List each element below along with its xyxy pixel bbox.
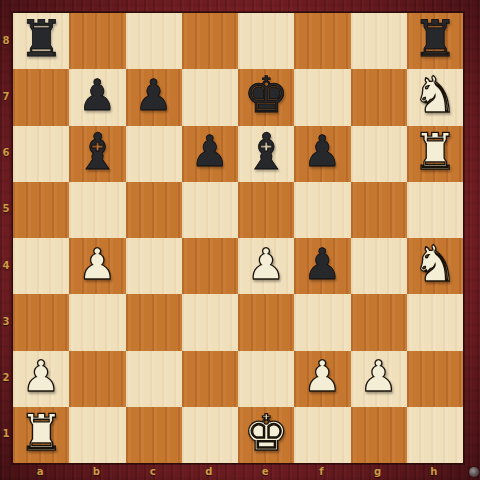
square-e8[interactable] [238, 13, 294, 69]
square-h7[interactable]: ♞ [407, 69, 463, 125]
square-d1[interactable] [182, 407, 238, 463]
piece-white-pawn[interactable]: ♟ [359, 355, 398, 398]
square-h1[interactable] [407, 407, 463, 463]
square-c2[interactable] [126, 351, 182, 407]
square-h8[interactable]: ♜ [407, 13, 463, 69]
rank-label-2: 2 [0, 350, 12, 406]
square-g6[interactable] [351, 126, 407, 182]
square-a1[interactable]: ♜ [13, 407, 69, 463]
square-f3[interactable] [294, 294, 350, 350]
square-h6[interactable]: ♜ [407, 126, 463, 182]
square-d7[interactable] [182, 69, 238, 125]
piece-white-king[interactable]: ♚ [244, 408, 289, 458]
square-d6[interactable]: ♟ [182, 126, 238, 182]
piece-black-pawn[interactable]: ♟ [78, 74, 117, 117]
file-labels: abcdefgh [12, 462, 462, 480]
piece-white-rook[interactable]: ♜ [412, 127, 457, 177]
board-frame: ♜♜♟♟♚♞♝♟♝♟♜♟♟♟♞♟♟♟♜♚ 87654321 abcdefgh [0, 0, 480, 480]
square-f4[interactable]: ♟ [294, 238, 350, 294]
piece-black-pawn[interactable]: ♟ [303, 130, 342, 173]
square-c7[interactable]: ♟ [126, 69, 182, 125]
square-d8[interactable] [182, 13, 238, 69]
square-a6[interactable] [13, 126, 69, 182]
square-f8[interactable] [294, 13, 350, 69]
file-label-c: c [125, 462, 181, 480]
piece-white-knight[interactable]: ♞ [412, 239, 457, 289]
rank-label-1: 1 [0, 406, 12, 462]
rank-label-4: 4 [0, 237, 12, 293]
file-label-a: a [12, 462, 68, 480]
square-b5[interactable] [69, 182, 125, 238]
rank-label-5: 5 [0, 181, 12, 237]
rank-label-7: 7 [0, 68, 12, 124]
square-b4[interactable]: ♟ [69, 238, 125, 294]
square-a5[interactable] [13, 182, 69, 238]
piece-black-bishop[interactable]: ♝ [75, 127, 120, 177]
piece-white-pawn[interactable]: ♟ [22, 355, 61, 398]
square-f5[interactable] [294, 182, 350, 238]
square-e2[interactable] [238, 351, 294, 407]
square-c4[interactable] [126, 238, 182, 294]
square-e1[interactable]: ♚ [238, 407, 294, 463]
chess-board: ♜♜♟♟♚♞♝♟♝♟♜♟♟♟♞♟♟♟♜♚ [12, 12, 464, 464]
square-g2[interactable]: ♟ [351, 351, 407, 407]
square-e4[interactable]: ♟ [238, 238, 294, 294]
square-c3[interactable] [126, 294, 182, 350]
square-g7[interactable] [351, 69, 407, 125]
piece-white-rook[interactable]: ♜ [19, 408, 64, 458]
square-e7[interactable]: ♚ [238, 69, 294, 125]
square-e6[interactable]: ♝ [238, 126, 294, 182]
piece-black-pawn[interactable]: ♟ [303, 243, 342, 286]
square-c6[interactable] [126, 126, 182, 182]
square-f6[interactable]: ♟ [294, 126, 350, 182]
square-g4[interactable] [351, 238, 407, 294]
file-label-d: d [181, 462, 237, 480]
logo-dot [469, 467, 479, 477]
rank-label-8: 8 [0, 12, 12, 68]
square-c1[interactable] [126, 407, 182, 463]
piece-white-pawn[interactable]: ♟ [78, 243, 117, 286]
square-b2[interactable] [69, 351, 125, 407]
square-d5[interactable] [182, 182, 238, 238]
square-c5[interactable] [126, 182, 182, 238]
piece-black-rook[interactable]: ♜ [412, 14, 457, 64]
rank-label-6: 6 [0, 125, 12, 181]
square-f7[interactable] [294, 69, 350, 125]
square-g8[interactable] [351, 13, 407, 69]
square-h4[interactable]: ♞ [407, 238, 463, 294]
piece-white-pawn[interactable]: ♟ [303, 355, 342, 398]
file-label-f: f [293, 462, 349, 480]
square-a2[interactable]: ♟ [13, 351, 69, 407]
piece-white-knight[interactable]: ♞ [412, 70, 457, 120]
file-label-g: g [350, 462, 406, 480]
square-h2[interactable] [407, 351, 463, 407]
square-a8[interactable]: ♜ [13, 13, 69, 69]
square-h3[interactable] [407, 294, 463, 350]
piece-white-pawn[interactable]: ♟ [247, 243, 286, 286]
square-g3[interactable] [351, 294, 407, 350]
square-f2[interactable]: ♟ [294, 351, 350, 407]
square-e3[interactable] [238, 294, 294, 350]
square-g1[interactable] [351, 407, 407, 463]
square-a7[interactable] [13, 69, 69, 125]
square-c8[interactable] [126, 13, 182, 69]
square-d4[interactable] [182, 238, 238, 294]
file-label-b: b [68, 462, 124, 480]
square-g5[interactable] [351, 182, 407, 238]
square-b7[interactable]: ♟ [69, 69, 125, 125]
square-d3[interactable] [182, 294, 238, 350]
rank-labels: 87654321 [0, 12, 12, 462]
square-b8[interactable] [69, 13, 125, 69]
file-label-e: e [237, 462, 293, 480]
piece-black-pawn[interactable]: ♟ [134, 74, 173, 117]
piece-black-bishop[interactable]: ♝ [244, 127, 289, 177]
square-d2[interactable] [182, 351, 238, 407]
square-b3[interactable] [69, 294, 125, 350]
square-e5[interactable] [238, 182, 294, 238]
square-a3[interactable] [13, 294, 69, 350]
piece-black-king[interactable]: ♚ [244, 70, 289, 120]
rank-label-3: 3 [0, 293, 12, 349]
square-f1[interactable] [294, 407, 350, 463]
square-a4[interactable] [13, 238, 69, 294]
square-b1[interactable] [69, 407, 125, 463]
piece-black-rook[interactable]: ♜ [19, 14, 64, 64]
piece-black-pawn[interactable]: ♟ [191, 130, 230, 173]
file-label-h: h [406, 462, 462, 480]
square-h5[interactable] [407, 182, 463, 238]
square-b6[interactable]: ♝ [69, 126, 125, 182]
